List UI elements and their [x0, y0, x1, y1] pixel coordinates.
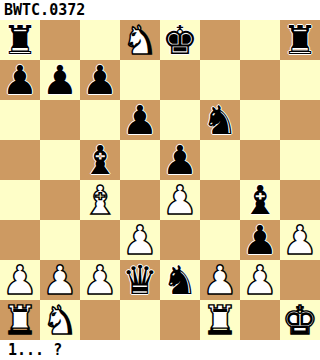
square-e3[interactable]	[160, 220, 200, 260]
square-c8[interactable]	[80, 20, 120, 60]
piece-black-knight[interactable]: ♞	[202, 100, 238, 140]
piece-black-pawn[interactable]: ♟	[2, 60, 38, 100]
square-b8[interactable]	[40, 20, 80, 60]
square-c3[interactable]	[80, 220, 120, 260]
square-d6[interactable]: ♟	[120, 100, 160, 140]
piece-white-king[interactable]: ♚	[282, 300, 318, 340]
piece-white-knight[interactable]: ♞	[42, 300, 78, 340]
square-a5[interactable]	[0, 140, 40, 180]
puzzle-id-label: BWTC.0372	[0, 0, 320, 20]
square-f1[interactable]: ♜	[200, 300, 240, 340]
square-a2[interactable]: ♟	[0, 260, 40, 300]
square-g1[interactable]	[240, 300, 280, 340]
square-h3[interactable]: ♟	[280, 220, 320, 260]
square-g7[interactable]	[240, 60, 280, 100]
square-f5[interactable]	[200, 140, 240, 180]
piece-white-pawn[interactable]: ♟	[242, 260, 278, 300]
piece-white-pawn[interactable]: ♟	[162, 180, 198, 220]
square-e5[interactable]: ♟	[160, 140, 200, 180]
square-e7[interactable]	[160, 60, 200, 100]
square-b4[interactable]	[40, 180, 80, 220]
square-c7[interactable]: ♟	[80, 60, 120, 100]
square-a6[interactable]	[0, 100, 40, 140]
piece-black-pawn[interactable]: ♟	[42, 60, 78, 100]
square-g5[interactable]	[240, 140, 280, 180]
square-f6[interactable]: ♞	[200, 100, 240, 140]
square-f8[interactable]	[200, 20, 240, 60]
piece-white-pawn[interactable]: ♟	[122, 220, 158, 260]
piece-black-bishop[interactable]: ♝	[82, 140, 118, 180]
square-b5[interactable]	[40, 140, 80, 180]
square-a8[interactable]: ♜	[0, 20, 40, 60]
piece-white-pawn[interactable]: ♟	[2, 260, 38, 300]
square-g4[interactable]: ♝	[240, 180, 280, 220]
square-h6[interactable]	[280, 100, 320, 140]
piece-white-knight[interactable]: ♞	[122, 20, 158, 60]
piece-white-pawn[interactable]: ♟	[202, 260, 238, 300]
square-b1[interactable]: ♞	[40, 300, 80, 340]
piece-black-bishop[interactable]: ♝	[242, 180, 278, 220]
chess-board: ♜♞♚♜♟♟♟♟♞♝♟♝♟♝♟♟♟♟♟♟♛♞♟♟♜♞♜♚	[0, 20, 320, 340]
piece-black-rook[interactable]: ♜	[2, 20, 38, 60]
square-c2[interactable]: ♟	[80, 260, 120, 300]
square-d7[interactable]	[120, 60, 160, 100]
square-c5[interactable]: ♝	[80, 140, 120, 180]
square-d5[interactable]	[120, 140, 160, 180]
square-g3[interactable]: ♟	[240, 220, 280, 260]
square-f4[interactable]	[200, 180, 240, 220]
square-d1[interactable]	[120, 300, 160, 340]
square-e8[interactable]: ♚	[160, 20, 200, 60]
square-h1[interactable]: ♚	[280, 300, 320, 340]
square-c6[interactable]	[80, 100, 120, 140]
piece-white-bishop[interactable]: ♝	[82, 180, 118, 220]
square-a7[interactable]: ♟	[0, 60, 40, 100]
square-h4[interactable]	[280, 180, 320, 220]
square-e6[interactable]	[160, 100, 200, 140]
piece-white-pawn[interactable]: ♟	[82, 260, 118, 300]
square-b7[interactable]: ♟	[40, 60, 80, 100]
square-a4[interactable]	[0, 180, 40, 220]
square-c1[interactable]	[80, 300, 120, 340]
square-e1[interactable]	[160, 300, 200, 340]
puzzle-window: BWTC.0372 ♜♞♚♜♟♟♟♟♞♝♟♝♟♝♟♟♟♟♟♟♛♞♟♟♜♞♜♚ 1…	[0, 0, 320, 360]
square-h8[interactable]: ♜	[280, 20, 320, 60]
square-f7[interactable]	[200, 60, 240, 100]
piece-white-rook[interactable]: ♜	[2, 300, 38, 340]
piece-black-queen[interactable]: ♛	[122, 260, 158, 300]
piece-white-pawn[interactable]: ♟	[42, 260, 78, 300]
square-h2[interactable]	[280, 260, 320, 300]
square-h7[interactable]	[280, 60, 320, 100]
square-e4[interactable]: ♟	[160, 180, 200, 220]
square-g8[interactable]	[240, 20, 280, 60]
piece-black-pawn[interactable]: ♟	[82, 60, 118, 100]
piece-black-pawn[interactable]: ♟	[122, 100, 158, 140]
square-f3[interactable]	[200, 220, 240, 260]
square-c4[interactable]: ♝	[80, 180, 120, 220]
piece-black-pawn[interactable]: ♟	[162, 140, 198, 180]
square-e2[interactable]: ♞	[160, 260, 200, 300]
square-b6[interactable]	[40, 100, 80, 140]
square-b3[interactable]	[40, 220, 80, 260]
move-prompt-label: 1... ?	[0, 340, 320, 360]
square-a1[interactable]: ♜	[0, 300, 40, 340]
piece-black-rook[interactable]: ♜	[282, 20, 318, 60]
square-d8[interactable]: ♞	[120, 20, 160, 60]
square-d4[interactable]	[120, 180, 160, 220]
square-b2[interactable]: ♟	[40, 260, 80, 300]
square-g2[interactable]: ♟	[240, 260, 280, 300]
square-d3[interactable]: ♟	[120, 220, 160, 260]
piece-white-rook[interactable]: ♜	[202, 300, 238, 340]
square-h5[interactable]	[280, 140, 320, 180]
square-d2[interactable]: ♛	[120, 260, 160, 300]
square-g6[interactable]	[240, 100, 280, 140]
piece-black-king[interactable]: ♚	[162, 20, 198, 60]
piece-white-pawn[interactable]: ♟	[282, 220, 318, 260]
piece-black-knight[interactable]: ♞	[162, 260, 198, 300]
piece-black-pawn[interactable]: ♟	[242, 220, 278, 260]
square-f2[interactable]: ♟	[200, 260, 240, 300]
square-a3[interactable]	[0, 220, 40, 260]
